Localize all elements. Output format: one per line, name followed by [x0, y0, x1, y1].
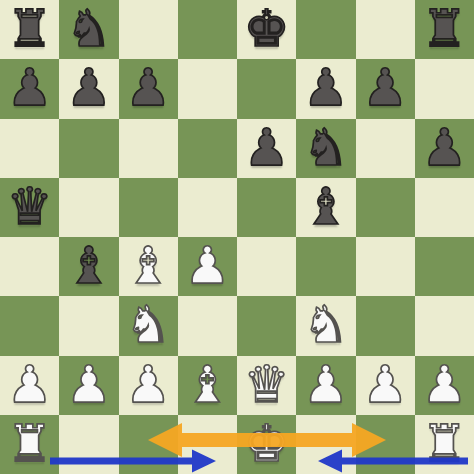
piece-black-bishop[interactable]: ♝: [66, 240, 112, 291]
square-h4[interactable]: [415, 237, 474, 296]
piece-black-queen[interactable]: ♛: [7, 181, 53, 232]
square-a2[interactable]: ♟: [0, 356, 59, 415]
piece-black-pawn[interactable]: ♟: [422, 122, 468, 173]
square-a4[interactable]: [0, 237, 59, 296]
piece-white-rook[interactable]: ♜: [7, 418, 53, 469]
piece-white-king[interactable]: ♚: [244, 418, 290, 469]
square-c7[interactable]: ♟: [119, 59, 178, 118]
square-h2[interactable]: ♟: [415, 356, 474, 415]
square-b3[interactable]: [59, 296, 118, 355]
square-d7[interactable]: [178, 59, 237, 118]
piece-white-knight[interactable]: ♞: [303, 299, 349, 350]
piece-white-pawn[interactable]: ♟: [303, 359, 349, 410]
square-h5[interactable]: [415, 178, 474, 237]
piece-white-pawn[interactable]: ♟: [185, 240, 231, 291]
square-a5[interactable]: ♛: [0, 178, 59, 237]
piece-white-rook[interactable]: ♜: [422, 418, 468, 469]
square-d8[interactable]: [178, 0, 237, 59]
square-b4[interactable]: ♝: [59, 237, 118, 296]
square-f2[interactable]: ♟: [296, 356, 355, 415]
square-c2[interactable]: ♟: [119, 356, 178, 415]
square-a7[interactable]: ♟: [0, 59, 59, 118]
piece-black-pawn[interactable]: ♟: [125, 62, 171, 113]
square-b8[interactable]: ♞: [59, 0, 118, 59]
square-d1[interactable]: [178, 415, 237, 474]
piece-black-rook[interactable]: ♜: [7, 3, 53, 54]
piece-black-pawn[interactable]: ♟: [362, 62, 408, 113]
square-d6[interactable]: [178, 119, 237, 178]
square-e8[interactable]: ♚: [237, 0, 296, 59]
square-e2[interactable]: ♛: [237, 356, 296, 415]
square-c4[interactable]: ♝: [119, 237, 178, 296]
square-c1[interactable]: [119, 415, 178, 474]
square-a8[interactable]: ♜: [0, 0, 59, 59]
square-f7[interactable]: ♟: [296, 59, 355, 118]
square-f4[interactable]: [296, 237, 355, 296]
piece-black-pawn[interactable]: ♟: [244, 122, 290, 173]
piece-white-pawn[interactable]: ♟: [7, 359, 53, 410]
square-f3[interactable]: ♞: [296, 296, 355, 355]
square-e4[interactable]: [237, 237, 296, 296]
square-e6[interactable]: ♟: [237, 119, 296, 178]
piece-black-pawn[interactable]: ♟: [66, 62, 112, 113]
square-g1[interactable]: [356, 415, 415, 474]
square-d4[interactable]: ♟: [178, 237, 237, 296]
square-f1[interactable]: [296, 415, 355, 474]
square-a3[interactable]: [0, 296, 59, 355]
square-g5[interactable]: [356, 178, 415, 237]
square-b6[interactable]: [59, 119, 118, 178]
square-d2[interactable]: ♝: [178, 356, 237, 415]
square-g4[interactable]: [356, 237, 415, 296]
piece-black-bishop[interactable]: ♝: [303, 181, 349, 232]
chess-board: ♜♞♚♜♟♟♟♟♟♟♞♟♛♝♝♝♟♞♞♟♟♟♝♛♟♟♟♜♚♜: [0, 0, 474, 474]
square-h8[interactable]: ♜: [415, 0, 474, 59]
square-c3[interactable]: ♞: [119, 296, 178, 355]
piece-white-bishop[interactable]: ♝: [125, 240, 171, 291]
square-a6[interactable]: [0, 119, 59, 178]
square-b7[interactable]: ♟: [59, 59, 118, 118]
piece-white-pawn[interactable]: ♟: [125, 359, 171, 410]
square-b5[interactable]: [59, 178, 118, 237]
chess-board-container: ♜♞♚♜♟♟♟♟♟♟♞♟♛♝♝♝♟♞♞♟♟♟♝♛♟♟♟♜♚♜: [0, 0, 474, 474]
square-c8[interactable]: [119, 0, 178, 59]
square-e7[interactable]: [237, 59, 296, 118]
square-g7[interactable]: ♟: [356, 59, 415, 118]
square-b1[interactable]: [59, 415, 118, 474]
piece-white-knight[interactable]: ♞: [125, 299, 171, 350]
piece-white-pawn[interactable]: ♟: [422, 359, 468, 410]
square-g2[interactable]: ♟: [356, 356, 415, 415]
square-d3[interactable]: [178, 296, 237, 355]
piece-black-knight[interactable]: ♞: [303, 122, 349, 173]
square-b2[interactable]: ♟: [59, 356, 118, 415]
square-f8[interactable]: [296, 0, 355, 59]
square-c5[interactable]: [119, 178, 178, 237]
square-e3[interactable]: [237, 296, 296, 355]
piece-white-pawn[interactable]: ♟: [362, 359, 408, 410]
piece-black-pawn[interactable]: ♟: [303, 62, 349, 113]
square-h1[interactable]: ♜: [415, 415, 474, 474]
square-f5[interactable]: ♝: [296, 178, 355, 237]
piece-black-rook[interactable]: ♜: [422, 3, 468, 54]
piece-white-bishop[interactable]: ♝: [185, 359, 231, 410]
piece-black-king[interactable]: ♚: [244, 3, 290, 54]
square-g8[interactable]: [356, 0, 415, 59]
square-h7[interactable]: [415, 59, 474, 118]
square-f6[interactable]: ♞: [296, 119, 355, 178]
square-g6[interactable]: [356, 119, 415, 178]
square-e5[interactable]: [237, 178, 296, 237]
piece-white-pawn[interactable]: ♟: [66, 359, 112, 410]
piece-black-pawn[interactable]: ♟: [7, 62, 53, 113]
square-a1[interactable]: ♜: [0, 415, 59, 474]
square-h3[interactable]: [415, 296, 474, 355]
piece-white-queen[interactable]: ♛: [244, 359, 290, 410]
square-d5[interactable]: [178, 178, 237, 237]
square-h6[interactable]: ♟: [415, 119, 474, 178]
square-g3[interactable]: [356, 296, 415, 355]
square-e1[interactable]: ♚: [237, 415, 296, 474]
square-c6[interactable]: [119, 119, 178, 178]
piece-black-knight[interactable]: ♞: [66, 3, 112, 54]
